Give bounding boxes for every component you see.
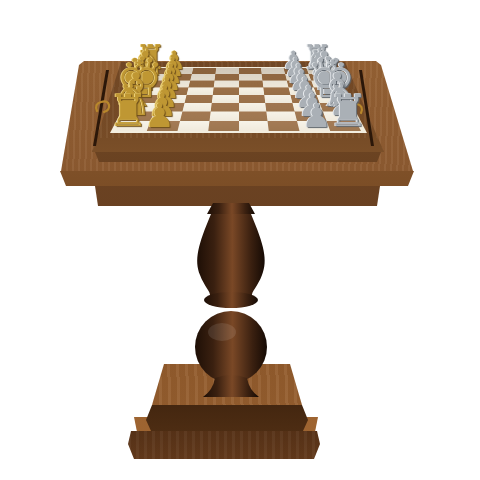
pedestal-foot [203, 375, 259, 397]
pedestal-column [178, 200, 288, 406]
pedestal-ring [204, 292, 258, 308]
brass-ring-icon [345, 101, 365, 117]
board-depth-shading [116, 68, 361, 131]
pedestal-collar [207, 203, 255, 214]
chess-table-photo: ♜♞♝♛♚♝♞♜♟♟♟♟♟♟♟♟♜♞♝♛♚♝♞♜♟♟♟♟♟♟♟♟ [0, 0, 480, 480]
left-drawer-pull [93, 99, 113, 115]
pedestal-ball [195, 311, 267, 383]
pedestal-vase [197, 214, 264, 296]
brass-ring-icon [93, 99, 113, 115]
right-drawer-pull [345, 101, 365, 117]
chess-board [110, 67, 367, 133]
